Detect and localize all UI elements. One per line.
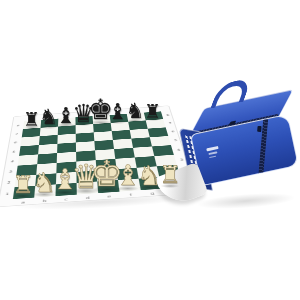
rank-label-5: 5 bbox=[174, 139, 178, 142]
file-label-b: b bbox=[43, 199, 47, 203]
square-e1 bbox=[97, 180, 119, 193]
file-label-a: a bbox=[21, 200, 25, 204]
square-f1 bbox=[118, 179, 141, 192]
file-label-g: g bbox=[150, 191, 154, 194]
rank-label-3: 3 bbox=[179, 158, 183, 161]
file-label-d: d bbox=[86, 196, 90, 199]
rank-label-4: 4 bbox=[10, 160, 14, 163]
rank-label-1: 1 bbox=[5, 192, 9, 195]
square-c1 bbox=[55, 183, 76, 196]
bag-zipper-front bbox=[258, 114, 269, 179]
file-label-e: e bbox=[107, 194, 111, 197]
rank-label-7: 7 bbox=[15, 132, 18, 134]
rank-label-2: 2 bbox=[7, 181, 11, 184]
rank-label-7: 7 bbox=[168, 122, 172, 124]
product-photo: abcdefgh 87654321 87654321 ♜♞♝♛♚♝♞♜♜♞♝♛♚… bbox=[0, 0, 300, 300]
bag-logo bbox=[206, 146, 222, 161]
rank-label-4: 4 bbox=[176, 148, 180, 151]
rank-label-8: 8 bbox=[166, 114, 170, 116]
rank-label-6: 6 bbox=[171, 130, 175, 132]
rank-label-8: 8 bbox=[16, 124, 19, 126]
square-b1 bbox=[34, 184, 56, 197]
rank-label-6: 6 bbox=[14, 141, 17, 144]
square-a1 bbox=[13, 186, 35, 199]
square-d1 bbox=[77, 181, 99, 194]
rank-label-5: 5 bbox=[12, 150, 16, 153]
rank-label-3: 3 bbox=[9, 170, 13, 173]
file-label-c: c bbox=[65, 197, 68, 200]
file-label-f: f bbox=[129, 193, 132, 196]
bag-zipper-front-pull bbox=[257, 126, 262, 132]
